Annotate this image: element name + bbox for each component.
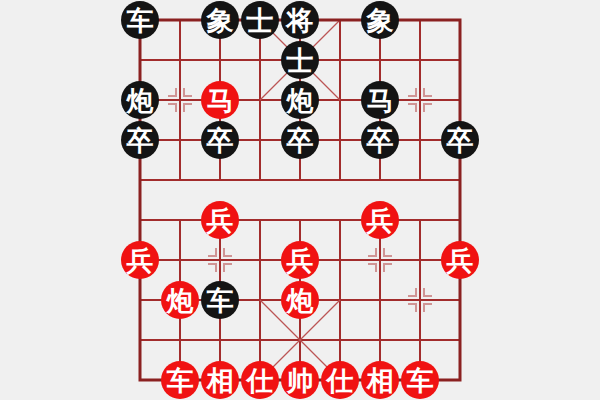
board-point[interactable]: [120, 280, 160, 320]
piece-red-soldier[interactable]: 兵: [201, 201, 239, 239]
board-point[interactable]: 卒: [120, 120, 160, 160]
board-point[interactable]: [400, 280, 440, 320]
board-point[interactable]: 仕: [320, 360, 360, 400]
piece-black-soldier[interactable]: 卒: [361, 121, 399, 159]
board-point[interactable]: [240, 280, 280, 320]
piece-black-general[interactable]: 将: [281, 1, 319, 39]
board-point[interactable]: [360, 160, 400, 200]
board-point[interactable]: [240, 240, 280, 280]
piece-red-soldier[interactable]: 兵: [121, 241, 159, 279]
board-point[interactable]: 卒: [280, 120, 320, 160]
board-point[interactable]: [440, 0, 480, 40]
board-point[interactable]: 车: [160, 360, 200, 400]
board-point[interactable]: [120, 320, 160, 360]
board-point[interactable]: [360, 320, 400, 360]
board-point[interactable]: 卒: [360, 120, 400, 160]
piece-red-elephant[interactable]: 相: [361, 361, 399, 399]
piece-black-soldier[interactable]: 卒: [201, 121, 239, 159]
board-point[interactable]: [200, 240, 240, 280]
piece-red-general[interactable]: 帅: [281, 361, 319, 399]
board-point[interactable]: 象: [360, 0, 400, 40]
board-point[interactable]: 仕: [240, 360, 280, 400]
board-point[interactable]: [160, 40, 200, 80]
board-point[interactable]: [400, 40, 440, 80]
board-point[interactable]: 兵: [440, 240, 480, 280]
board-point[interactable]: [400, 80, 440, 120]
xiangqi-board: 车象士将象士炮马炮马卒卒卒卒卒兵兵兵兵兵炮车炮车相仕帅仕相车: [0, 0, 600, 400]
board-point[interactable]: 将: [280, 0, 320, 40]
board-point[interactable]: 炮: [280, 280, 320, 320]
board-point[interactable]: [440, 200, 480, 240]
board-point[interactable]: 士: [280, 40, 320, 80]
board-point[interactable]: [280, 160, 320, 200]
piece-black-cannon[interactable]: 炮: [281, 81, 319, 119]
board-point[interactable]: [240, 120, 280, 160]
board-point[interactable]: 兵: [120, 240, 160, 280]
board-point[interactable]: 士: [240, 0, 280, 40]
board-point[interactable]: [160, 80, 200, 120]
board-point[interactable]: [360, 240, 400, 280]
board-point[interactable]: 车: [400, 360, 440, 400]
board-point[interactable]: [200, 160, 240, 200]
board-point[interactable]: [240, 320, 280, 360]
board-point[interactable]: 马: [360, 80, 400, 120]
board-point[interactable]: [360, 40, 400, 80]
board-point[interactable]: 兵: [360, 200, 400, 240]
board-point[interactable]: 车: [200, 280, 240, 320]
board-point[interactable]: [320, 200, 360, 240]
board-point[interactable]: [320, 280, 360, 320]
piece-black-advisor[interactable]: 士: [241, 1, 279, 39]
piece-red-soldier[interactable]: 兵: [441, 241, 479, 279]
board-point[interactable]: [400, 120, 440, 160]
board-point[interactable]: [160, 320, 200, 360]
board-point[interactable]: [440, 280, 480, 320]
piece-black-soldier[interactable]: 卒: [281, 121, 319, 159]
piece-red-cannon[interactable]: 炮: [161, 281, 199, 319]
board-point[interactable]: 兵: [200, 200, 240, 240]
board-point[interactable]: 象: [200, 0, 240, 40]
board-point[interactable]: [200, 40, 240, 80]
board-point[interactable]: 炮: [120, 80, 160, 120]
board-point[interactable]: [320, 320, 360, 360]
board-point[interactable]: [160, 120, 200, 160]
board-point[interactable]: [200, 320, 240, 360]
board-point[interactable]: [120, 200, 160, 240]
board-point[interactable]: [160, 160, 200, 200]
board-point[interactable]: [440, 160, 480, 200]
board-point[interactable]: [440, 80, 480, 120]
board-point[interactable]: [320, 40, 360, 80]
board-point[interactable]: [320, 0, 360, 40]
board-point[interactable]: 卒: [440, 120, 480, 160]
board-point[interactable]: [320, 80, 360, 120]
board-point[interactable]: [240, 200, 280, 240]
piece-black-soldier[interactable]: 卒: [121, 121, 159, 159]
board-point[interactable]: [240, 40, 280, 80]
board-point[interactable]: 车: [120, 0, 160, 40]
board-point[interactable]: 相: [360, 360, 400, 400]
board-point[interactable]: [400, 200, 440, 240]
board-point[interactable]: [360, 280, 400, 320]
board-point[interactable]: [160, 0, 200, 40]
board-point[interactable]: [320, 120, 360, 160]
board-point[interactable]: [280, 200, 320, 240]
board-point[interactable]: [440, 360, 480, 400]
piece-red-elephant[interactable]: 相: [201, 361, 239, 399]
board-point[interactable]: 相: [200, 360, 240, 400]
board-point[interactable]: [400, 160, 440, 200]
piece-red-soldier[interactable]: 兵: [361, 201, 399, 239]
board-point[interactable]: 卒: [200, 120, 240, 160]
piece-red-chariot[interactable]: 车: [161, 361, 199, 399]
piece-red-soldier[interactable]: 兵: [281, 241, 319, 279]
board-point[interactable]: [120, 40, 160, 80]
piece-black-soldier[interactable]: 卒: [441, 121, 479, 159]
piece-black-advisor[interactable]: 士: [281, 41, 319, 79]
board-points-grid: 车象士将象士炮马炮马卒卒卒卒卒兵兵兵兵兵炮车炮车相仕帅仕相车: [120, 0, 480, 400]
board-point[interactable]: 兵: [280, 240, 320, 280]
board-point[interactable]: [280, 320, 320, 360]
board-point[interactable]: [160, 240, 200, 280]
board-point[interactable]: [320, 240, 360, 280]
board-point[interactable]: [400, 0, 440, 40]
board-point[interactable]: [320, 160, 360, 200]
piece-red-advisor[interactable]: 仕: [321, 361, 359, 399]
board-point[interactable]: [240, 80, 280, 120]
piece-black-chariot[interactable]: 车: [121, 1, 159, 39]
piece-red-horse[interactable]: 马: [201, 81, 239, 119]
piece-red-cannon[interactable]: 炮: [281, 281, 319, 319]
board-point[interactable]: 炮: [160, 280, 200, 320]
board-point[interactable]: [440, 320, 480, 360]
board-point[interactable]: [400, 240, 440, 280]
piece-black-cannon[interactable]: 炮: [121, 81, 159, 119]
piece-red-chariot[interactable]: 车: [401, 361, 439, 399]
board-point[interactable]: 马: [200, 80, 240, 120]
piece-black-horse[interactable]: 马: [361, 81, 399, 119]
board-point[interactable]: [400, 320, 440, 360]
piece-red-advisor[interactable]: 仕: [241, 361, 279, 399]
piece-black-chariot[interactable]: 车: [201, 281, 239, 319]
board-point[interactable]: [120, 160, 160, 200]
board-point[interactable]: [240, 160, 280, 200]
piece-black-elephant[interactable]: 象: [361, 1, 399, 39]
board-point[interactable]: [440, 40, 480, 80]
board-point[interactable]: 炮: [280, 80, 320, 120]
board-point[interactable]: [160, 200, 200, 240]
board-point[interactable]: [120, 360, 160, 400]
board-point[interactable]: 帅: [280, 360, 320, 400]
piece-black-elephant[interactable]: 象: [201, 1, 239, 39]
